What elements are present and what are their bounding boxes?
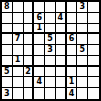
sudoku-cell-given[interactable]: 3 xyxy=(45,45,56,56)
sudoku-cell-empty[interactable] xyxy=(24,88,35,99)
sudoku-cell-empty[interactable] xyxy=(88,2,99,13)
sudoku-cell-empty[interactable] xyxy=(77,67,88,78)
sudoku-cell-empty[interactable] xyxy=(13,2,24,13)
sudoku-cell-empty[interactable] xyxy=(24,45,35,56)
sudoku-cell-empty[interactable] xyxy=(67,24,78,35)
sudoku-cell-empty[interactable] xyxy=(56,77,67,88)
sudoku-cell-empty[interactable] xyxy=(34,56,45,67)
sudoku-cell-empty[interactable] xyxy=(24,34,35,45)
sudoku-cell-empty[interactable] xyxy=(24,2,35,13)
sudoku-cell-empty[interactable] xyxy=(56,24,67,35)
sudoku-cell-given[interactable]: 5 xyxy=(77,45,88,56)
sudoku-cell-empty[interactable] xyxy=(88,56,99,67)
sudoku-cell-empty[interactable] xyxy=(2,13,13,24)
sudoku-cell-given[interactable]: 5 xyxy=(45,34,56,45)
sudoku-cell-empty[interactable] xyxy=(13,45,24,56)
sudoku-cell-given[interactable]: 7 xyxy=(13,34,24,45)
sudoku-cell-empty[interactable] xyxy=(88,77,99,88)
sudoku-cell-empty[interactable] xyxy=(56,34,67,45)
sudoku-cell-empty[interactable] xyxy=(56,2,67,13)
sudoku-cell-empty[interactable] xyxy=(67,45,78,56)
sudoku-cell-empty[interactable] xyxy=(67,2,78,13)
sudoku-cell-empty[interactable] xyxy=(56,67,67,78)
sudoku-cell-given[interactable]: 5 xyxy=(2,67,13,78)
sudoku-cell-given[interactable]: 8 xyxy=(2,2,13,13)
sudoku-cell-empty[interactable] xyxy=(88,88,99,99)
sudoku-cell-empty[interactable] xyxy=(77,13,88,24)
sudoku-cell-given[interactable]: 4 xyxy=(67,88,78,99)
sudoku-cell-empty[interactable] xyxy=(2,45,13,56)
sudoku-cell-empty[interactable] xyxy=(77,56,88,67)
sudoku-cell-given[interactable]: 1 xyxy=(67,77,78,88)
sudoku-cell-empty[interactable] xyxy=(34,67,45,78)
sudoku-cell-empty[interactable] xyxy=(45,77,56,88)
sudoku-cell-empty[interactable] xyxy=(56,88,67,99)
sudoku-cell-empty[interactable] xyxy=(2,34,13,45)
sudoku-cell-empty[interactable] xyxy=(34,34,45,45)
sudoku-cell-empty[interactable] xyxy=(45,13,56,24)
sudoku-cell-empty[interactable] xyxy=(56,45,67,56)
sudoku-cell-empty[interactable] xyxy=(67,56,78,67)
sudoku-cell-given[interactable]: 3 xyxy=(2,88,13,99)
sudoku-cell-empty[interactable] xyxy=(45,2,56,13)
sudoku-cell-empty[interactable] xyxy=(13,13,24,24)
sudoku-cell-given[interactable]: 3 xyxy=(77,2,88,13)
sudoku-cell-empty[interactable] xyxy=(45,88,56,99)
sudoku-cell-empty[interactable] xyxy=(34,2,45,13)
sudoku-cell-empty[interactable] xyxy=(45,24,56,35)
sudoku-cell-empty[interactable] xyxy=(24,56,35,67)
sudoku-cell-empty[interactable] xyxy=(88,24,99,35)
sudoku-cell-empty[interactable] xyxy=(24,77,35,88)
sudoku-cell-empty[interactable] xyxy=(13,88,24,99)
sudoku-cell-empty[interactable] xyxy=(67,13,78,24)
sudoku-cell-given[interactable]: 1 xyxy=(34,24,45,35)
sudoku-cell-given[interactable]: 6 xyxy=(34,13,45,24)
sudoku-cell-empty[interactable] xyxy=(77,24,88,35)
sudoku-cell-empty[interactable] xyxy=(88,67,99,78)
sudoku-cell-empty[interactable] xyxy=(56,56,67,67)
sudoku-cell-empty[interactable] xyxy=(13,24,24,35)
sudoku-cell-empty[interactable] xyxy=(88,34,99,45)
sudoku-cell-given[interactable]: 4 xyxy=(56,13,67,24)
sudoku-cell-given[interactable]: 1 xyxy=(13,56,24,67)
sudoku-cell-empty[interactable] xyxy=(77,88,88,99)
sudoku-cell-given[interactable]: 4 xyxy=(34,77,45,88)
sudoku-cell-empty[interactable] xyxy=(34,45,45,56)
sudoku-cell-empty[interactable] xyxy=(88,45,99,56)
sudoku-cell-given[interactable]: 6 xyxy=(67,34,78,45)
sudoku-cell-empty[interactable] xyxy=(2,56,13,67)
sudoku-cell-empty[interactable] xyxy=(67,67,78,78)
sudoku-cell-empty[interactable] xyxy=(77,77,88,88)
sudoku-cell-empty[interactable] xyxy=(13,77,24,88)
sudoku-cell-empty[interactable] xyxy=(24,13,35,24)
sudoku-cell-empty[interactable] xyxy=(24,24,35,35)
sudoku-cell-given[interactable]: 2 xyxy=(24,67,35,78)
sudoku-cell-empty[interactable] xyxy=(45,67,56,78)
sudoku-cell-empty[interactable] xyxy=(2,24,13,35)
sudoku-cell-empty[interactable] xyxy=(45,56,56,67)
sudoku-cell-empty[interactable] xyxy=(88,13,99,24)
sudoku-cell-empty[interactable] xyxy=(34,88,45,99)
sudoku-cell-empty[interactable] xyxy=(2,77,13,88)
sudoku-cell-empty[interactable] xyxy=(13,67,24,78)
sudoku-board: 83641756351524134 xyxy=(0,0,101,101)
sudoku-cell-empty[interactable] xyxy=(77,34,88,45)
